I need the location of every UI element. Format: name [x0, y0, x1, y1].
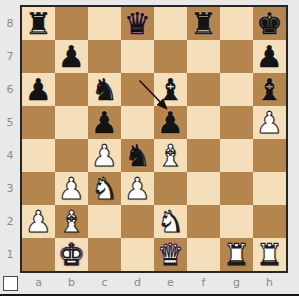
square-g4[interactable]: [220, 139, 253, 172]
square-c1[interactable]: [88, 238, 121, 271]
square-d5[interactable]: [121, 106, 154, 139]
square-h1[interactable]: ♜: [253, 238, 286, 271]
piece-black-knight[interactable]: ♞: [91, 73, 118, 106]
square-h5[interactable]: ♟: [253, 106, 286, 139]
file-label-g: g: [220, 275, 253, 291]
square-g5[interactable]: [220, 106, 253, 139]
square-e6[interactable]: ♝: [154, 73, 187, 106]
square-h3[interactable]: [253, 172, 286, 205]
rank-label-7: 7: [0, 40, 20, 73]
square-a7[interactable]: [22, 40, 55, 73]
square-g8[interactable]: [220, 7, 253, 40]
square-d8[interactable]: ♛: [121, 7, 154, 40]
square-g6[interactable]: [220, 73, 253, 106]
file-label-b: b: [55, 275, 88, 291]
square-e5[interactable]: ♟: [154, 106, 187, 139]
square-h6[interactable]: ♝: [253, 73, 286, 106]
square-d7[interactable]: [121, 40, 154, 73]
file-label-h: h: [253, 275, 286, 291]
square-a6[interactable]: ♟: [22, 73, 55, 106]
square-g1[interactable]: ♜: [220, 238, 253, 271]
square-c7[interactable]: [88, 40, 121, 73]
square-b2[interactable]: ♝: [55, 205, 88, 238]
chess-app-window: 87654321 ♜♛♜♚♟♟♟♞♝♝♟♟♟♟♞♝♟♞♟♟♝♞♚♛♜♜ abcd…: [0, 0, 299, 296]
rank-label-1: 1: [0, 238, 20, 271]
square-c3[interactable]: ♞: [88, 172, 121, 205]
square-h2[interactable]: [253, 205, 286, 238]
square-f2[interactable]: [187, 205, 220, 238]
square-e4[interactable]: ♝: [154, 139, 187, 172]
file-label-f: f: [187, 275, 220, 291]
piece-white-bishop[interactable]: ♝: [157, 139, 184, 172]
rank-label-3: 3: [0, 172, 20, 205]
square-h4[interactable]: [253, 139, 286, 172]
square-d1[interactable]: [121, 238, 154, 271]
piece-white-knight[interactable]: ♞: [157, 205, 184, 238]
rank-label-8: 8: [0, 7, 20, 40]
piece-black-pawn[interactable]: ♟: [58, 40, 85, 73]
piece-black-pawn[interactable]: ♟: [91, 106, 118, 139]
rank-labels: 87654321: [0, 7, 20, 271]
piece-black-rook[interactable]: ♜: [190, 7, 217, 40]
piece-black-queen[interactable]: ♛: [124, 7, 151, 40]
square-b6[interactable]: [55, 73, 88, 106]
square-d4[interactable]: ♞: [121, 139, 154, 172]
file-label-e: e: [154, 275, 187, 291]
rank-label-6: 6: [0, 73, 20, 106]
square-g7[interactable]: [220, 40, 253, 73]
square-e2[interactable]: ♞: [154, 205, 187, 238]
square-b8[interactable]: [55, 7, 88, 40]
board-grid: ♜♛♜♚♟♟♟♞♝♝♟♟♟♟♞♝♟♞♟♟♝♞♚♛♜♜: [22, 7, 286, 271]
square-b4[interactable]: [55, 139, 88, 172]
square-h8[interactable]: ♚: [253, 7, 286, 40]
file-label-a: a: [22, 275, 55, 291]
piece-white-bishop[interactable]: ♝: [58, 205, 85, 238]
square-c2[interactable]: [88, 205, 121, 238]
piece-black-bishop[interactable]: ♝: [157, 73, 184, 106]
piece-white-king[interactable]: ♚: [58, 238, 85, 271]
square-g3[interactable]: [220, 172, 253, 205]
square-a4[interactable]: [22, 139, 55, 172]
square-e1[interactable]: ♛: [154, 238, 187, 271]
square-f6[interactable]: [187, 73, 220, 106]
piece-white-rook[interactable]: ♜: [223, 238, 250, 271]
chess-board: ♜♛♜♚♟♟♟♞♝♝♟♟♟♟♞♝♟♞♟♟♝♞♚♛♜♜: [20, 5, 288, 273]
square-c8[interactable]: [88, 7, 121, 40]
piece-black-pawn[interactable]: ♟: [25, 73, 52, 106]
square-b7[interactable]: ♟: [55, 40, 88, 73]
corner-checkbox[interactable]: [3, 276, 18, 291]
piece-white-queen[interactable]: ♛: [157, 238, 184, 271]
square-c6[interactable]: ♞: [88, 73, 121, 106]
piece-white-pawn[interactable]: ♟: [25, 205, 52, 238]
square-c4[interactable]: ♟: [88, 139, 121, 172]
square-f4[interactable]: [187, 139, 220, 172]
square-e3[interactable]: [154, 172, 187, 205]
piece-black-rook[interactable]: ♜: [25, 7, 52, 40]
square-f5[interactable]: [187, 106, 220, 139]
piece-black-knight[interactable]: ♞: [124, 139, 151, 172]
square-b3[interactable]: ♟: [55, 172, 88, 205]
square-e8[interactable]: [154, 7, 187, 40]
file-label-d: d: [121, 275, 154, 291]
square-a1[interactable]: [22, 238, 55, 271]
square-c5[interactable]: ♟: [88, 106, 121, 139]
square-d2[interactable]: [121, 205, 154, 238]
rank-label-2: 2: [0, 205, 20, 238]
file-labels: abcdefgh: [22, 275, 286, 291]
square-h7[interactable]: ♟: [253, 40, 286, 73]
rank-label-5: 5: [0, 106, 20, 139]
file-label-c: c: [88, 275, 121, 291]
square-f8[interactable]: ♜: [187, 7, 220, 40]
square-d6[interactable]: [121, 73, 154, 106]
square-b5[interactable]: [55, 106, 88, 139]
piece-black-pawn[interactable]: ♟: [157, 106, 184, 139]
square-f7[interactable]: [187, 40, 220, 73]
square-f3[interactable]: [187, 172, 220, 205]
piece-white-knight[interactable]: ♞: [91, 172, 118, 205]
piece-white-pawn[interactable]: ♟: [91, 139, 118, 172]
square-a8[interactable]: ♜: [22, 7, 55, 40]
square-a3[interactable]: [22, 172, 55, 205]
piece-white-pawn[interactable]: ♟: [58, 172, 85, 205]
piece-white-pawn[interactable]: ♟: [124, 172, 151, 205]
piece-white-pawn[interactable]: ♟: [256, 106, 283, 139]
piece-white-rook[interactable]: ♜: [256, 238, 283, 271]
square-b1[interactable]: ♚: [55, 238, 88, 271]
piece-black-king[interactable]: ♚: [256, 7, 283, 40]
square-g2[interactable]: [220, 205, 253, 238]
rank-label-4: 4: [0, 139, 20, 172]
square-a5[interactable]: [22, 106, 55, 139]
piece-black-bishop[interactable]: ♝: [256, 73, 283, 106]
square-d3[interactable]: ♟: [121, 172, 154, 205]
piece-black-pawn[interactable]: ♟: [256, 40, 283, 73]
square-f1[interactable]: [187, 238, 220, 271]
square-a2[interactable]: ♟: [22, 205, 55, 238]
square-e7[interactable]: [154, 40, 187, 73]
